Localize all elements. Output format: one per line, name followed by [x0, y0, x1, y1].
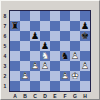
file-label-d: D — [40, 93, 50, 100]
file-label-h: H — [80, 93, 90, 100]
square-b5[interactable] — [20, 41, 30, 51]
square-h3[interactable]: ♟♙ — [80, 61, 90, 71]
square-d1[interactable] — [40, 81, 50, 91]
white-king-g2: ♚♔ — [70, 71, 80, 81]
square-e8[interactable] — [50, 11, 60, 21]
square-c3[interactable]: ♟♙ — [30, 61, 40, 71]
square-a7[interactable]: ♜ — [10, 21, 20, 31]
square-f7[interactable] — [60, 21, 70, 31]
square-f2[interactable]: ♟♙ — [60, 71, 70, 81]
square-g7[interactable] — [70, 21, 80, 31]
square-b6[interactable] — [20, 31, 30, 41]
square-a3[interactable] — [10, 61, 20, 71]
square-e4[interactable] — [50, 51, 60, 61]
square-f6[interactable] — [60, 31, 70, 41]
square-h1[interactable] — [80, 81, 90, 91]
square-e6[interactable] — [50, 31, 60, 41]
square-d8[interactable] — [40, 11, 50, 21]
square-h5[interactable] — [80, 41, 90, 51]
square-d2[interactable] — [40, 71, 50, 81]
file-label-b: B — [20, 93, 30, 100]
rank-label-6: 6 — [1, 31, 9, 41]
square-a6[interactable] — [10, 31, 20, 41]
rank-label-1: 1 — [1, 81, 9, 91]
file-label-a: A — [10, 93, 20, 100]
square-a4[interactable] — [10, 51, 20, 61]
square-f4[interactable]: ♞ — [60, 51, 70, 61]
rank-labels: 87654321 — [1, 11, 9, 91]
square-e3[interactable] — [50, 61, 60, 71]
square-g6[interactable] — [70, 31, 80, 41]
rank-label-2: 2 — [1, 71, 9, 81]
file-label-f: F — [60, 93, 70, 100]
square-a2[interactable] — [10, 71, 20, 81]
square-g1[interactable] — [70, 81, 80, 91]
square-f8[interactable] — [60, 11, 70, 21]
square-h6[interactable]: ♚ — [80, 31, 90, 41]
white-pawn-c3: ♟♙ — [30, 61, 40, 71]
square-c2[interactable] — [30, 71, 40, 81]
square-c1[interactable] — [30, 81, 40, 91]
white-pawn-d3: ♟♙ — [40, 61, 50, 71]
square-b8[interactable] — [20, 11, 30, 21]
square-a1[interactable] — [10, 81, 20, 91]
square-b4[interactable] — [20, 51, 30, 61]
square-b2[interactable]: ♟♙ — [20, 71, 30, 81]
square-b7[interactable] — [20, 21, 30, 31]
square-a5[interactable] — [10, 41, 20, 51]
square-d7[interactable] — [40, 21, 50, 31]
black-pawn-c6: ♟ — [30, 31, 40, 41]
black-king-h6: ♚ — [80, 31, 90, 41]
rank-label-4: 4 — [1, 51, 9, 61]
file-label-g: G — [70, 93, 80, 100]
square-c8[interactable] — [30, 11, 40, 21]
rank-label-5: 5 — [1, 41, 9, 51]
rank-label-3: 3 — [1, 61, 9, 71]
square-g8[interactable] — [70, 11, 80, 21]
square-c6[interactable]: ♟ — [30, 31, 40, 41]
black-rook-a7: ♜ — [10, 21, 20, 31]
square-e2[interactable] — [50, 71, 60, 81]
square-g4[interactable]: ♟♙ — [70, 51, 80, 61]
chess-diagram-window: 87654321 ♜♟♟♚♟♞♘♞♟♙♟♙♟♙♟♙♟♙♟♙♚♔ ABCDEFGH — [0, 0, 100, 100]
file-label-e: E — [50, 93, 60, 100]
square-g2[interactable]: ♚♔ — [70, 71, 80, 81]
square-f1[interactable] — [60, 81, 70, 91]
square-c5[interactable] — [30, 41, 40, 51]
chess-board: ♜♟♟♚♟♞♘♞♟♙♟♙♟♙♟♙♟♙♟♙♚♔ — [10, 11, 90, 91]
rank-label-7: 7 — [1, 21, 9, 31]
square-b1[interactable] — [20, 81, 30, 91]
white-pawn-f2: ♟♙ — [60, 71, 70, 81]
square-e5[interactable] — [50, 41, 60, 51]
file-label-c: C — [30, 93, 40, 100]
white-pawn-b2: ♟♙ — [20, 71, 30, 81]
file-labels: ABCDEFGH — [10, 93, 90, 100]
square-e7[interactable] — [50, 21, 60, 31]
rank-label-8: 8 — [1, 11, 9, 21]
square-e1[interactable] — [50, 81, 60, 91]
square-h2[interactable] — [80, 71, 90, 81]
black-knight-f4: ♞ — [60, 51, 70, 61]
white-pawn-h3: ♟♙ — [80, 61, 90, 71]
white-pawn-g4: ♟♙ — [70, 51, 80, 61]
square-d3[interactable]: ♟♙ — [40, 61, 50, 71]
